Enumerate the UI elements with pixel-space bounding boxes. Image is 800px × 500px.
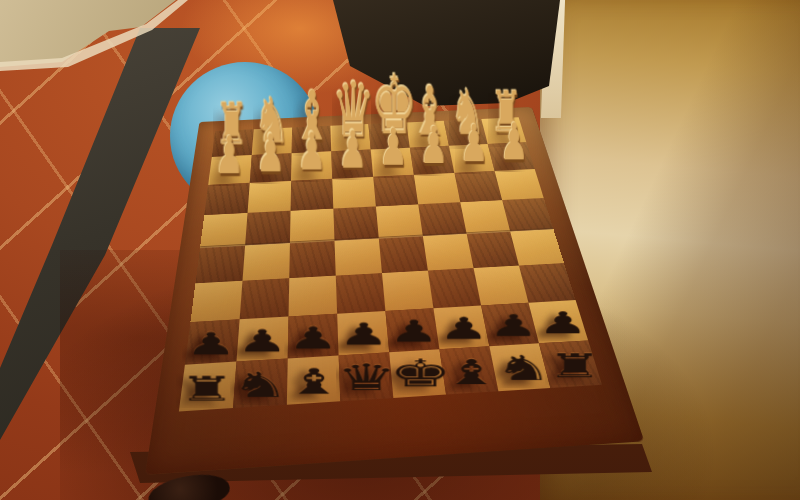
square-r3c1[interactable] bbox=[245, 211, 290, 246]
black-pawn[interactable]: ♟ bbox=[534, 308, 591, 338]
black-queen[interactable]: ♛ bbox=[336, 359, 397, 395]
square-r3c5[interactable] bbox=[418, 202, 466, 236]
square-r3c2[interactable] bbox=[290, 209, 335, 243]
black-pawn[interactable]: ♟ bbox=[385, 317, 443, 347]
white-pawn[interactable]: ♟ bbox=[251, 127, 290, 179]
square-r7c2[interactable]: ♝ bbox=[287, 355, 340, 404]
square-r5c6[interactable] bbox=[474, 266, 529, 306]
square-r1c2[interactable]: ♟ bbox=[291, 151, 332, 180]
square-r2c7[interactable] bbox=[495, 169, 544, 200]
black-pawn[interactable]: ♟ bbox=[485, 311, 542, 341]
square-r4c7[interactable] bbox=[510, 229, 564, 265]
square-r5c7[interactable] bbox=[519, 263, 576, 303]
square-r2c3[interactable] bbox=[332, 177, 376, 209]
board-grid: ♜♞♝♛♚♝♞♜♟♟♟♟♟♟♟♟♟♟♟♟♟♟♟♟♜♞♝♛♚♝♞♜ bbox=[179, 117, 602, 411]
square-r2c5[interactable] bbox=[414, 173, 460, 204]
black-pawn[interactable]: ♟ bbox=[182, 328, 241, 359]
black-pawn[interactable]: ♟ bbox=[435, 314, 493, 344]
black-rook[interactable]: ♜ bbox=[176, 372, 237, 406]
square-r4c0[interactable] bbox=[195, 245, 245, 283]
white-pawn[interactable]: ♟ bbox=[210, 129, 249, 181]
square-r7c1[interactable]: ♞ bbox=[233, 358, 288, 408]
square-r5c5[interactable] bbox=[428, 268, 481, 308]
square-r4c5[interactable] bbox=[423, 234, 474, 271]
square-r2c4[interactable] bbox=[373, 175, 418, 207]
square-r3c4[interactable] bbox=[376, 204, 423, 238]
square-r6c2[interactable]: ♟ bbox=[288, 314, 339, 359]
black-pawn[interactable]: ♟ bbox=[284, 322, 342, 353]
white-pawn[interactable]: ♟ bbox=[414, 120, 453, 171]
square-r2c2[interactable] bbox=[291, 179, 334, 211]
black-rook[interactable]: ♜ bbox=[545, 349, 605, 382]
room-scene: ♜♞♝♛♚♝♞♜♟♟♟♟♟♟♟♟♟♟♟♟♟♟♟♟♜♞♝♛♚♝♞♜ bbox=[0, 0, 800, 500]
square-r5c3[interactable] bbox=[336, 273, 386, 314]
square-r6c4[interactable]: ♟ bbox=[385, 308, 439, 352]
black-knight[interactable]: ♞ bbox=[230, 367, 291, 402]
square-r2c1[interactable] bbox=[248, 181, 292, 213]
square-r6c3[interactable]: ♟ bbox=[337, 311, 389, 355]
square-r6c0[interactable]: ♟ bbox=[185, 319, 240, 364]
square-r3c7[interactable] bbox=[502, 198, 553, 232]
square-r1c7[interactable]: ♟ bbox=[488, 142, 535, 171]
square-r1c1[interactable]: ♟ bbox=[250, 153, 292, 183]
square-r4c4[interactable] bbox=[379, 236, 428, 273]
black-pawn[interactable]: ♟ bbox=[335, 319, 393, 350]
square-r7c4[interactable]: ♚ bbox=[389, 349, 446, 398]
square-r4c1[interactable] bbox=[242, 243, 289, 281]
square-r3c3[interactable] bbox=[333, 206, 378, 240]
square-r5c4[interactable] bbox=[382, 271, 433, 311]
white-pawn[interactable]: ♟ bbox=[374, 122, 413, 174]
black-pawn[interactable]: ♟ bbox=[233, 325, 291, 356]
square-r3c0[interactable] bbox=[200, 213, 247, 248]
square-r6c1[interactable]: ♟ bbox=[236, 316, 288, 361]
white-pawn[interactable]: ♟ bbox=[292, 125, 331, 177]
square-r4c3[interactable] bbox=[334, 238, 381, 275]
black-bishop[interactable]: ♝ bbox=[283, 364, 344, 399]
square-r5c2[interactable] bbox=[289, 276, 338, 317]
square-r7c3[interactable]: ♛ bbox=[339, 352, 394, 401]
square-r7c0[interactable]: ♜ bbox=[179, 362, 237, 412]
square-r1c4[interactable]: ♟ bbox=[371, 148, 414, 177]
square-r4c6[interactable] bbox=[467, 231, 519, 268]
square-r5c0[interactable] bbox=[190, 281, 242, 322]
square-r2c0[interactable] bbox=[204, 183, 249, 215]
black-knight[interactable]: ♞ bbox=[493, 351, 553, 386]
square-r1c6[interactable]: ♟ bbox=[449, 144, 495, 173]
square-r1c5[interactable]: ♟ bbox=[410, 146, 454, 175]
square-r1c3[interactable]: ♟ bbox=[331, 150, 373, 179]
black-king[interactable]: ♚ bbox=[389, 354, 450, 392]
white-pawn[interactable]: ♟ bbox=[455, 118, 493, 169]
square-r4c2[interactable] bbox=[289, 241, 335, 278]
square-r1c0[interactable]: ♟ bbox=[208, 155, 252, 185]
white-pawn[interactable]: ♟ bbox=[495, 116, 533, 167]
white-pawn[interactable]: ♟ bbox=[333, 124, 372, 176]
square-r5c1[interactable] bbox=[240, 278, 290, 319]
